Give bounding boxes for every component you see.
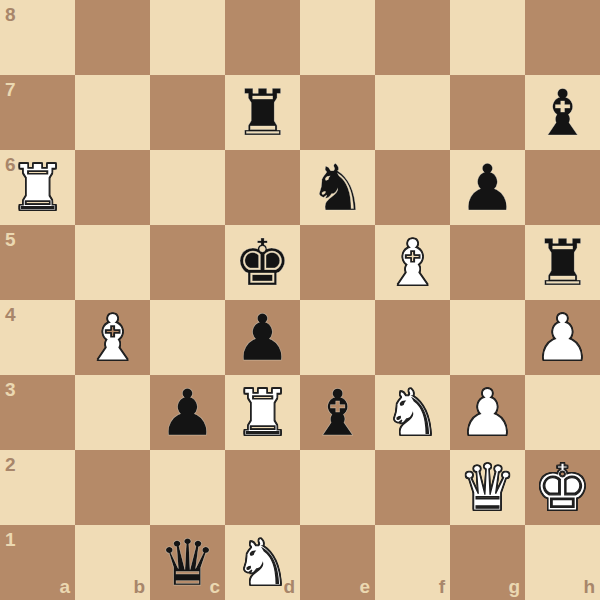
piece-white-bishop-f5[interactable]: ♝ (375, 225, 450, 300)
piece-black-rook-h5[interactable]: ♜ (525, 225, 600, 300)
rank-label-8: 8 (5, 5, 16, 24)
piece-white-pawn-g3[interactable]: ♟ (450, 375, 525, 450)
square-a4[interactable]: 4 (0, 300, 75, 375)
square-g4[interactable] (450, 300, 525, 375)
square-f2[interactable] (375, 450, 450, 525)
square-g6[interactable]: ♟ (450, 150, 525, 225)
square-c4[interactable] (150, 300, 225, 375)
square-f7[interactable] (375, 75, 450, 150)
piece-white-rook-a6[interactable]: ♜ (0, 150, 75, 225)
piece-black-pawn-g6[interactable]: ♟ (450, 150, 525, 225)
square-c5[interactable] (150, 225, 225, 300)
piece-white-bishop-b4[interactable]: ♝ (75, 300, 150, 375)
square-h4[interactable]: ♟ (525, 300, 600, 375)
square-d1[interactable]: d♞ (225, 525, 300, 600)
square-g7[interactable] (450, 75, 525, 150)
square-c3[interactable]: ♟ (150, 375, 225, 450)
file-label-a: a (59, 577, 70, 596)
piece-black-pawn-d4[interactable]: ♟ (225, 300, 300, 375)
square-d3[interactable]: ♜ (225, 375, 300, 450)
rank-label-5: 5 (5, 230, 16, 249)
square-c2[interactable] (150, 450, 225, 525)
square-e7[interactable] (300, 75, 375, 150)
rank-label-4: 4 (5, 305, 16, 324)
square-e2[interactable] (300, 450, 375, 525)
square-f1[interactable]: f (375, 525, 450, 600)
piece-black-knight-e6[interactable]: ♞ (300, 150, 375, 225)
piece-black-king-d5[interactable]: ♚ (225, 225, 300, 300)
square-a7[interactable]: 7 (0, 75, 75, 150)
chess-app: 87♜♝6♜♞♟5♚♝♜4♝♟♟3♟♜♝♞♟2♛♚1abc♛d♞efgh (0, 0, 600, 600)
square-d4[interactable]: ♟ (225, 300, 300, 375)
square-h5[interactable]: ♜ (525, 225, 600, 300)
square-d2[interactable] (225, 450, 300, 525)
square-c7[interactable] (150, 75, 225, 150)
file-label-f: f (439, 577, 445, 596)
square-b8[interactable] (75, 0, 150, 75)
piece-black-rook-d7[interactable]: ♜ (225, 75, 300, 150)
piece-black-pawn-c3[interactable]: ♟ (150, 375, 225, 450)
piece-white-queen-g2[interactable]: ♛ (450, 450, 525, 525)
square-h8[interactable] (525, 0, 600, 75)
piece-white-knight-f3[interactable]: ♞ (375, 375, 450, 450)
piece-white-knight-d1[interactable]: ♞ (225, 525, 300, 600)
square-g3[interactable]: ♟ (450, 375, 525, 450)
square-b6[interactable] (75, 150, 150, 225)
square-a1[interactable]: 1a (0, 525, 75, 600)
square-h1[interactable]: h (525, 525, 600, 600)
square-d7[interactable]: ♜ (225, 75, 300, 150)
square-f5[interactable]: ♝ (375, 225, 450, 300)
square-f4[interactable] (375, 300, 450, 375)
square-f8[interactable] (375, 0, 450, 75)
chess-board: 87♜♝6♜♞♟5♚♝♜4♝♟♟3♟♜♝♞♟2♛♚1abc♛d♞efgh (0, 0, 600, 600)
rank-label-2: 2 (5, 455, 16, 474)
file-label-h: h (583, 577, 595, 596)
file-label-e: e (359, 577, 370, 596)
square-a2[interactable]: 2 (0, 450, 75, 525)
file-label-b: b (133, 577, 145, 596)
piece-white-king-h2[interactable]: ♚ (525, 450, 600, 525)
square-e1[interactable]: e (300, 525, 375, 600)
square-h2[interactable]: ♚ (525, 450, 600, 525)
square-b7[interactable] (75, 75, 150, 150)
square-f6[interactable] (375, 150, 450, 225)
square-e3[interactable]: ♝ (300, 375, 375, 450)
square-c8[interactable] (150, 0, 225, 75)
square-e4[interactable] (300, 300, 375, 375)
square-a8[interactable]: 8 (0, 0, 75, 75)
piece-black-bishop-h7[interactable]: ♝ (525, 75, 600, 150)
square-f3[interactable]: ♞ (375, 375, 450, 450)
square-b4[interactable]: ♝ (75, 300, 150, 375)
square-g1[interactable]: g (450, 525, 525, 600)
piece-black-bishop-e3[interactable]: ♝ (300, 375, 375, 450)
square-a5[interactable]: 5 (0, 225, 75, 300)
file-label-g: g (508, 577, 520, 596)
piece-white-rook-d3[interactable]: ♜ (225, 375, 300, 450)
square-d6[interactable] (225, 150, 300, 225)
rank-label-1: 1 (5, 530, 16, 549)
rank-label-3: 3 (5, 380, 16, 399)
square-e8[interactable] (300, 0, 375, 75)
square-b1[interactable]: b (75, 525, 150, 600)
square-a3[interactable]: 3 (0, 375, 75, 450)
square-c6[interactable] (150, 150, 225, 225)
square-h7[interactable]: ♝ (525, 75, 600, 150)
square-h3[interactable] (525, 375, 600, 450)
square-a6[interactable]: 6♜ (0, 150, 75, 225)
rank-label-7: 7 (5, 80, 16, 99)
square-d8[interactable] (225, 0, 300, 75)
square-e5[interactable] (300, 225, 375, 300)
piece-black-queen-c1[interactable]: ♛ (150, 525, 225, 600)
square-g8[interactable] (450, 0, 525, 75)
square-b3[interactable] (75, 375, 150, 450)
piece-white-pawn-h4[interactable]: ♟ (525, 300, 600, 375)
square-c1[interactable]: c♛ (150, 525, 225, 600)
square-g5[interactable] (450, 225, 525, 300)
square-e6[interactable]: ♞ (300, 150, 375, 225)
square-b5[interactable] (75, 225, 150, 300)
square-b2[interactable] (75, 450, 150, 525)
square-g2[interactable]: ♛ (450, 450, 525, 525)
square-h6[interactable] (525, 150, 600, 225)
square-d5[interactable]: ♚ (225, 225, 300, 300)
